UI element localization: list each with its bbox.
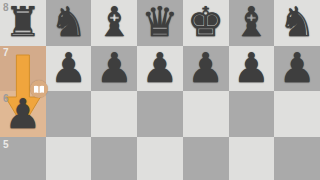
square-g8[interactable]: ♞	[274, 0, 320, 46]
square-d6[interactable]	[137, 91, 183, 137]
square-f6[interactable]	[229, 91, 275, 137]
chess-app-viewport: ♜♞♝♛♚♝♞♟♟♟♟♟♟♟ 8765	[0, 0, 320, 180]
piece-black-pawn-g7[interactable]: ♟	[279, 48, 316, 89]
square-b6[interactable]	[46, 91, 92, 137]
square-g7[interactable]: ♟	[274, 46, 320, 92]
square-c8[interactable]: ♝	[91, 0, 137, 46]
piece-black-queen-d8[interactable]: ♛	[142, 2, 179, 43]
book-move-badge	[30, 80, 48, 98]
square-g5[interactable]	[274, 137, 320, 180]
piece-black-pawn-f7[interactable]: ♟	[233, 48, 270, 89]
square-f8[interactable]: ♝	[229, 0, 275, 46]
square-a6[interactable]: ♟	[0, 91, 46, 137]
piece-black-knight-g8[interactable]: ♞	[279, 2, 316, 43]
piece-black-rook-a8[interactable]: ♜	[4, 2, 41, 43]
square-c6[interactable]	[91, 91, 137, 137]
rank-label-5: 5	[3, 140, 9, 150]
square-e6[interactable]	[183, 91, 229, 137]
piece-black-knight-b8[interactable]: ♞	[50, 2, 87, 43]
chess-board[interactable]: ♜♞♝♛♚♝♞♟♟♟♟♟♟♟	[0, 0, 320, 180]
square-a8[interactable]: ♜	[0, 0, 46, 46]
square-f7[interactable]: ♟	[229, 46, 275, 92]
piece-black-pawn-b7[interactable]: ♟	[50, 48, 87, 89]
square-e5[interactable]	[183, 137, 229, 180]
square-e8[interactable]: ♚	[183, 0, 229, 46]
rank-label-7: 7	[3, 48, 9, 58]
square-c7[interactable]: ♟	[91, 46, 137, 92]
piece-black-pawn-d7[interactable]: ♟	[142, 48, 179, 89]
piece-black-pawn-a6[interactable]: ♟	[4, 94, 41, 135]
square-e7[interactable]: ♟	[183, 46, 229, 92]
square-d8[interactable]: ♛	[137, 0, 183, 46]
square-f5[interactable]	[229, 137, 275, 180]
square-b8[interactable]: ♞	[46, 0, 92, 46]
square-c5[interactable]	[91, 137, 137, 180]
piece-black-pawn-c7[interactable]: ♟	[96, 48, 133, 89]
square-b5[interactable]	[46, 137, 92, 180]
piece-black-bishop-f8[interactable]: ♝	[233, 2, 270, 43]
square-d7[interactable]: ♟	[137, 46, 183, 92]
square-g6[interactable]	[274, 91, 320, 137]
piece-black-bishop-c8[interactable]: ♝	[96, 2, 133, 43]
open-book-icon	[33, 85, 45, 94]
piece-black-pawn-e7[interactable]: ♟	[187, 48, 224, 89]
square-d5[interactable]	[137, 137, 183, 180]
square-b7[interactable]: ♟	[46, 46, 92, 92]
piece-black-king-e8[interactable]: ♚	[187, 2, 224, 43]
